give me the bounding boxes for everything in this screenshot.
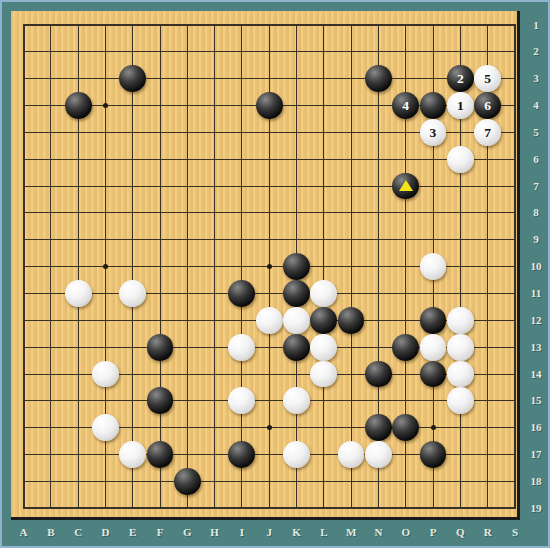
- black-stone-q3[interactable]: 2: [447, 65, 474, 92]
- white-stone-q12[interactable]: [447, 307, 474, 334]
- white-stone-p5[interactable]: 3: [420, 119, 447, 146]
- column-label-s: S: [506, 526, 524, 539]
- black-stone-k11[interactable]: [283, 280, 310, 307]
- black-stone-i11[interactable]: [228, 280, 255, 307]
- go-game-window: 2541637 ABCDEFGHIJKLMNOPQRS 123456789101…: [0, 0, 550, 548]
- column-label-h: H: [206, 526, 224, 539]
- white-stone-q4[interactable]: 1: [447, 92, 474, 119]
- row-label-17: 17: [528, 448, 544, 461]
- row-label-10: 10: [528, 260, 544, 273]
- row-label-11: 11: [528, 287, 544, 300]
- row-label-18: 18: [528, 475, 544, 488]
- black-stone-c4[interactable]: [65, 92, 92, 119]
- move-number-label: 3: [430, 126, 437, 140]
- white-stone-d16[interactable]: [92, 414, 119, 441]
- row-label-8: 8: [528, 206, 544, 219]
- white-stone-q15[interactable]: [447, 387, 474, 414]
- triangle-mark-icon: [399, 180, 413, 191]
- black-stone-o16[interactable]: [392, 414, 419, 441]
- column-label-i: I: [233, 526, 251, 539]
- black-stone-k13[interactable]: [283, 334, 310, 361]
- column-label-p: P: [424, 526, 442, 539]
- column-label-q: Q: [451, 526, 469, 539]
- row-label-3: 3: [528, 72, 544, 85]
- black-stone-p12[interactable]: [420, 307, 447, 334]
- white-stone-n17[interactable]: [365, 441, 392, 468]
- black-stone-m12[interactable]: [338, 307, 365, 334]
- white-stone-m17[interactable]: [338, 441, 365, 468]
- row-label-4: 4: [528, 99, 544, 112]
- row-label-13: 13: [528, 341, 544, 354]
- column-label-c: C: [69, 526, 87, 539]
- white-stone-q6[interactable]: [447, 146, 474, 173]
- row-label-19: 19: [528, 502, 544, 515]
- column-label-g: G: [178, 526, 196, 539]
- white-stone-r3[interactable]: 5: [474, 65, 501, 92]
- move-number-label: 1: [457, 99, 464, 113]
- white-stone-i13[interactable]: [228, 334, 255, 361]
- row-label-1: 1: [528, 19, 544, 32]
- black-stone-f17[interactable]: [147, 441, 174, 468]
- column-label-o: O: [397, 526, 415, 539]
- move-number-label: 6: [484, 99, 491, 113]
- white-stone-e17[interactable]: [119, 441, 146, 468]
- black-stone-k10[interactable]: [283, 253, 310, 280]
- row-label-2: 2: [528, 45, 544, 58]
- white-stone-q13[interactable]: [447, 334, 474, 361]
- black-stone-r4[interactable]: 6: [474, 92, 501, 119]
- row-label-5: 5: [528, 126, 544, 139]
- white-stone-q14[interactable]: [447, 361, 474, 388]
- move-number-label: 5: [484, 72, 491, 86]
- row-label-14: 14: [528, 368, 544, 381]
- row-label-12: 12: [528, 314, 544, 327]
- go-board[interactable]: 2541637: [11, 11, 520, 520]
- white-stone-i15[interactable]: [228, 387, 255, 414]
- row-label-15: 15: [528, 394, 544, 407]
- black-stone-e3[interactable]: [119, 65, 146, 92]
- move-number-label: 2: [457, 72, 464, 86]
- column-label-r: R: [479, 526, 497, 539]
- white-stone-p10[interactable]: [420, 253, 447, 280]
- white-stone-j12[interactable]: [256, 307, 283, 334]
- black-stone-l12[interactable]: [310, 307, 337, 334]
- black-stone-i17[interactable]: [228, 441, 255, 468]
- column-label-k: K: [288, 526, 306, 539]
- white-stone-d14[interactable]: [92, 361, 119, 388]
- row-label-16: 16: [528, 421, 544, 434]
- column-label-l: L: [315, 526, 333, 539]
- white-stone-c11[interactable]: [65, 280, 92, 307]
- black-stone-o4[interactable]: 4: [392, 92, 419, 119]
- white-stone-l13[interactable]: [310, 334, 337, 361]
- move-number-label: 4: [402, 99, 409, 113]
- black-stone-n14[interactable]: [365, 361, 392, 388]
- black-stone-f13[interactable]: [147, 334, 174, 361]
- black-stone-p17[interactable]: [420, 441, 447, 468]
- black-stone-j4[interactable]: [256, 92, 283, 119]
- white-stone-e11[interactable]: [119, 280, 146, 307]
- black-stone-p4[interactable]: [420, 92, 447, 119]
- row-label-7: 7: [528, 180, 544, 193]
- column-label-f: F: [151, 526, 169, 539]
- row-label-6: 6: [528, 153, 544, 166]
- white-stone-p13[interactable]: [420, 334, 447, 361]
- black-stone-o13[interactable]: [392, 334, 419, 361]
- black-stone-n3[interactable]: [365, 65, 392, 92]
- black-stone-o7[interactable]: [392, 173, 419, 200]
- black-stone-n16[interactable]: [365, 414, 392, 441]
- white-stone-k12[interactable]: [283, 307, 310, 334]
- white-stone-r5[interactable]: 7: [474, 119, 501, 146]
- column-label-d: D: [96, 526, 114, 539]
- column-label-m: M: [342, 526, 360, 539]
- column-label-b: B: [42, 526, 60, 539]
- black-stone-p14[interactable]: [420, 361, 447, 388]
- stones-grid: 2541637: [10, 12, 529, 522]
- white-stone-k15[interactable]: [283, 387, 310, 414]
- white-stone-k17[interactable]: [283, 441, 310, 468]
- row-label-9: 9: [528, 233, 544, 246]
- column-label-n: N: [369, 526, 387, 539]
- white-stone-l14[interactable]: [310, 361, 337, 388]
- column-label-e: E: [124, 526, 142, 539]
- black-stone-f15[interactable]: [147, 387, 174, 414]
- white-stone-l11[interactable]: [310, 280, 337, 307]
- black-stone-g18[interactable]: [174, 468, 201, 495]
- column-label-a: A: [15, 526, 33, 539]
- move-number-label: 7: [484, 126, 491, 140]
- column-label-j: J: [260, 526, 278, 539]
